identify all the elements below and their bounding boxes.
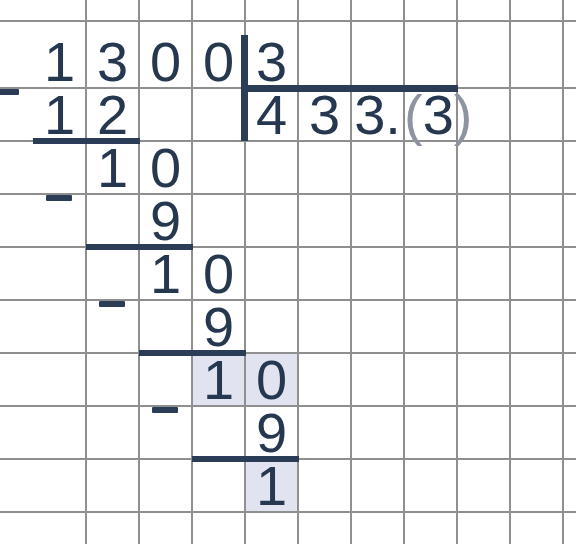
division-digit: 3: [86, 35, 139, 88]
division-digit: 1: [245, 459, 298, 512]
division-digit: 2: [86, 88, 139, 141]
repeating-paren-open: (: [404, 83, 423, 146]
long-division-worksheet: 1300312433.(3)1091091091: [0, 0, 576, 544]
division-digit: 1: [86, 141, 139, 194]
division-digit: 9: [192, 300, 245, 353]
division-digit: 1: [33, 35, 86, 88]
division-digit: 1: [192, 353, 245, 406]
division-digit: 1: [33, 88, 86, 141]
division-digit: 0: [192, 35, 245, 88]
subtraction-minus-sign: [0, 89, 19, 95]
division-digit: (3): [404, 88, 457, 141]
division-digit: 1: [139, 247, 192, 300]
repeating-paren-close: ): [454, 83, 473, 146]
subtraction-minus-sign: [46, 195, 72, 201]
division-digit: 0: [245, 353, 298, 406]
division-digit: 0: [192, 247, 245, 300]
division-digit: 0: [139, 35, 192, 88]
division-digit: 9: [245, 406, 298, 459]
division-digit: 3.: [351, 88, 404, 141]
division-digit: 3: [298, 88, 351, 141]
division-digit: 4: [245, 88, 298, 141]
division-digit: 3: [245, 35, 298, 88]
division-digit: 9: [139, 194, 192, 247]
subtraction-minus-sign: [99, 301, 125, 307]
subtraction-minus-sign: [152, 407, 178, 413]
division-digit: 0: [139, 141, 192, 194]
